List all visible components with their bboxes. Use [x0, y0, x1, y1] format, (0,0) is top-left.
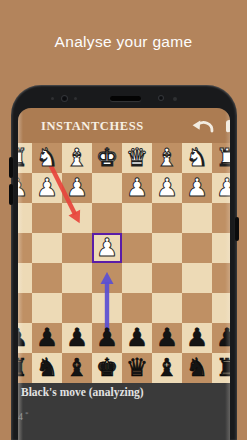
square-h8[interactable]: [18, 353, 32, 383]
chess-board: ♜♞♝♚♛♝♞♜♟♟♟♟♟♟♟♟♟♟♟♟♟♟♟♟♜♞♝♚♛♝♞♜: [18, 143, 230, 383]
square-a2[interactable]: [212, 173, 230, 203]
status-text: Black's move (analyzing): [21, 386, 144, 398]
square-g4[interactable]: [32, 233, 62, 263]
square-d5[interactable]: [122, 263, 152, 293]
highlight-square: [92, 233, 122, 263]
square-e3[interactable]: [92, 203, 122, 233]
square-e2[interactable]: [92, 173, 122, 203]
square-e8[interactable]: [92, 353, 122, 383]
square-a5[interactable]: [212, 263, 230, 293]
square-b1[interactable]: [182, 143, 212, 173]
volume-down-button[interactable]: [9, 184, 13, 205]
square-f5[interactable]: [62, 263, 92, 293]
square-h2[interactable]: [18, 173, 32, 203]
sensor-dot-icon: [74, 97, 77, 100]
square-c2[interactable]: [152, 173, 182, 203]
square-a1[interactable]: [212, 143, 230, 173]
square-f1[interactable]: [62, 143, 92, 173]
square-a4[interactable]: [212, 233, 230, 263]
square-b7[interactable]: [182, 323, 212, 353]
page-title: Analyse your game: [0, 33, 247, 51]
square-d3[interactable]: [122, 203, 152, 233]
square-a3[interactable]: [212, 203, 230, 233]
status-panel: Black's move (analyzing) 4 *: [18, 383, 230, 440]
square-h5[interactable]: [18, 263, 32, 293]
square-f8[interactable]: [62, 353, 92, 383]
square-b4[interactable]: [182, 233, 212, 263]
front-camera-icon: [158, 95, 164, 101]
square-f2[interactable]: [62, 173, 92, 203]
square-a8[interactable]: [212, 353, 230, 383]
square-h6[interactable]: [18, 293, 32, 323]
square-c6[interactable]: [152, 293, 182, 323]
app-title: INSTANTCHESS: [41, 108, 144, 144]
phone-screen: INSTANTCHESS ♜♞♝♚♛♝♞♜♟♟♟♟♟♟♟♟♟♟♟♟♟♟♟♟♜♞♝…: [18, 108, 230, 440]
square-e6[interactable]: [92, 293, 122, 323]
square-c1[interactable]: [152, 143, 182, 173]
sensor-dot-icon: [173, 97, 177, 101]
square-b3[interactable]: [182, 203, 212, 233]
phone-frame: INSTANTCHESS ♜♞♝♚♛♝♞♜♟♟♟♟♟♟♟♟♟♟♟♟♟♟♟♟♜♞♝…: [11, 85, 237, 440]
square-c5[interactable]: [152, 263, 182, 293]
square-b6[interactable]: [182, 293, 212, 323]
square-c4[interactable]: [152, 233, 182, 263]
square-b5[interactable]: [182, 263, 212, 293]
square-f7[interactable]: [62, 323, 92, 353]
square-h1[interactable]: [18, 143, 32, 173]
appbar: INSTANTCHESS: [18, 108, 230, 143]
sensor-dot-icon: [51, 97, 54, 100]
volume-up-button[interactable]: [9, 157, 13, 178]
square-d8[interactable]: [122, 353, 152, 383]
square-f3[interactable]: [62, 203, 92, 233]
square-a7[interactable]: [212, 323, 230, 353]
square-f6[interactable]: [62, 293, 92, 323]
square-h7[interactable]: [18, 323, 32, 353]
undo-button[interactable]: [192, 116, 215, 135]
square-c8[interactable]: [152, 353, 182, 383]
square-e7[interactable]: [92, 323, 122, 353]
square-e5[interactable]: [92, 263, 122, 293]
square-g5[interactable]: [32, 263, 62, 293]
square-g6[interactable]: [32, 293, 62, 323]
square-d1[interactable]: [122, 143, 152, 173]
square-b8[interactable]: [182, 353, 212, 383]
square-g7[interactable]: [32, 323, 62, 353]
square-d2[interactable]: [122, 173, 152, 203]
square-g1[interactable]: [32, 143, 62, 173]
board-squares: [18, 143, 230, 383]
speaker-grille: [110, 96, 141, 101]
square-h3[interactable]: [18, 203, 32, 233]
page: Analyse your game INSTANTCHESS: [0, 0, 247, 440]
square-g8[interactable]: [32, 353, 62, 383]
clipped-edge-icon: [226, 120, 230, 133]
square-d6[interactable]: [122, 293, 152, 323]
square-h4[interactable]: [18, 233, 32, 263]
status-counter: 4 *: [18, 410, 29, 422]
square-c7[interactable]: [152, 323, 182, 353]
square-f4[interactable]: [62, 233, 92, 263]
square-e1[interactable]: [92, 143, 122, 173]
square-a6[interactable]: [212, 293, 230, 323]
square-g2[interactable]: [32, 173, 62, 203]
undo-icon: [192, 121, 215, 138]
front-camera-icon: [61, 95, 68, 102]
square-g3[interactable]: [32, 203, 62, 233]
square-d7[interactable]: [122, 323, 152, 353]
square-b2[interactable]: [182, 173, 212, 203]
power-button[interactable]: [235, 217, 239, 241]
square-c3[interactable]: [152, 203, 182, 233]
square-d4[interactable]: [122, 233, 152, 263]
